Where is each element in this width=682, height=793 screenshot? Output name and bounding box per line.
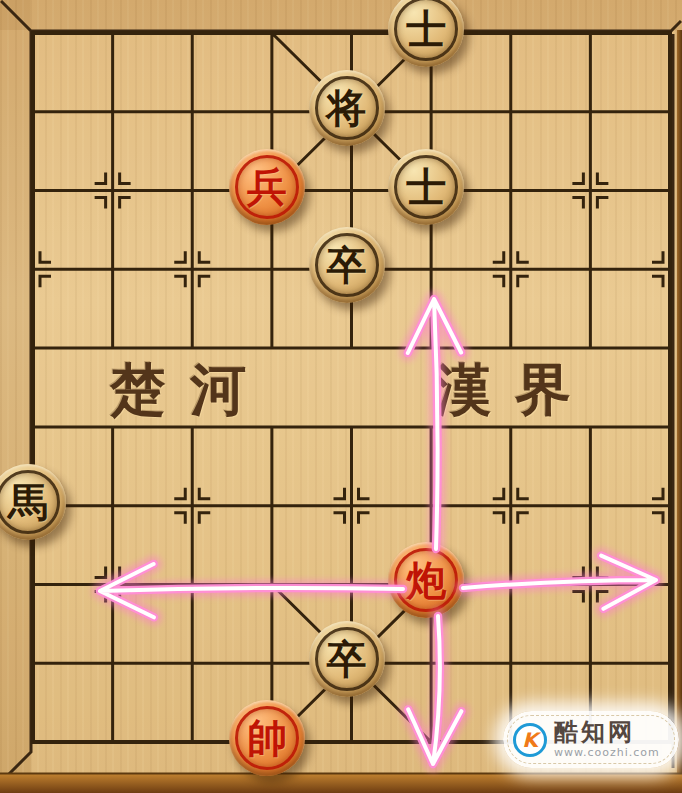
coozhi-logo-icon: K xyxy=(513,723,547,757)
piece-red-cannon[interactable]: 炮 xyxy=(388,542,464,618)
piece-black-advisor-2[interactable]: 士 xyxy=(388,149,464,225)
piece-glyph: 士 xyxy=(406,9,446,49)
piece-glyph: 兵 xyxy=(247,167,287,207)
river-text-chu-he: 楚河 xyxy=(110,361,270,417)
piece-black-general[interactable]: 将 xyxy=(309,70,385,146)
piece-glyph: 士 xyxy=(406,167,446,207)
piece-glyph: 将 xyxy=(327,88,367,128)
watermark-site-url: www.coozhi.com xyxy=(554,746,660,759)
piece-glyph: 卒 xyxy=(327,245,367,285)
watermark-coozhi: K 酷知网 www.coozhi.com xyxy=(503,711,679,768)
piece-red-general[interactable]: 帥 xyxy=(229,700,305,776)
watermark-site-name: 酷知网 xyxy=(554,720,635,745)
piece-glyph: 帥 xyxy=(247,718,287,758)
piece-glyph: 卒 xyxy=(327,639,367,679)
piece-glyph: 馬 xyxy=(8,482,48,522)
piece-black-soldier-1[interactable]: 卒 xyxy=(309,227,385,303)
river-text-han-jie: 漢界 xyxy=(435,361,595,417)
watermark-text: 酷知网 www.coozhi.com xyxy=(554,720,660,759)
xiangqi-diagram: 楚河 漢界 士将兵士卒馬炮卒帥 K 酷知网 www.coozhi.com xyxy=(0,0,682,793)
coozhi-logo-letter: K xyxy=(522,730,538,750)
piece-glyph: 炮 xyxy=(406,560,446,600)
piece-black-soldier-2[interactable]: 卒 xyxy=(309,621,385,697)
piece-red-soldier[interactable]: 兵 xyxy=(229,149,305,225)
